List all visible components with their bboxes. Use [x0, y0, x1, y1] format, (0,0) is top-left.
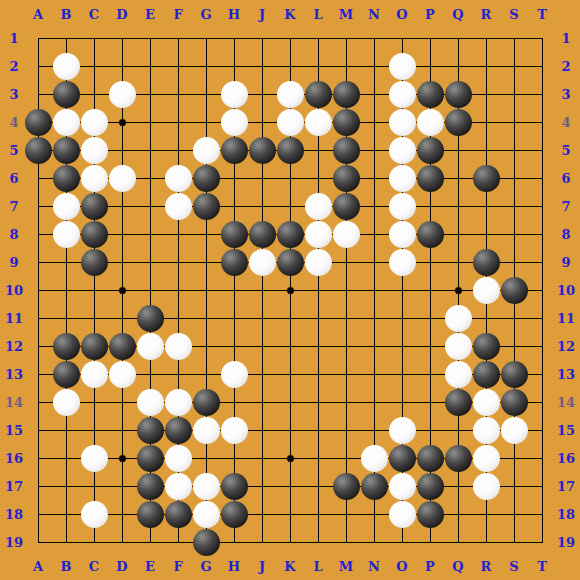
black-stone — [53, 81, 80, 108]
black-stone — [417, 473, 444, 500]
white-stone — [165, 333, 192, 360]
black-stone — [81, 249, 108, 276]
row-label-left: 1 — [9, 32, 18, 45]
white-stone — [445, 361, 472, 388]
white-stone — [81, 445, 108, 472]
white-stone — [473, 473, 500, 500]
white-stone — [389, 249, 416, 276]
column-label-bottom: N — [368, 560, 380, 573]
column-label-bottom: A — [33, 560, 43, 573]
white-stone — [109, 165, 136, 192]
black-stone — [417, 81, 444, 108]
white-stone — [193, 137, 220, 164]
black-stone — [277, 221, 304, 248]
white-stone — [277, 81, 304, 108]
grid-horizontal-line — [38, 542, 543, 543]
white-stone — [221, 81, 248, 108]
black-stone — [333, 81, 360, 108]
white-stone — [389, 221, 416, 248]
white-stone — [389, 81, 416, 108]
row-label-left: 4 — [9, 116, 18, 129]
white-stone — [221, 109, 248, 136]
white-stone — [389, 501, 416, 528]
white-stone — [109, 81, 136, 108]
column-label-bottom: H — [228, 560, 240, 573]
black-stone — [417, 137, 444, 164]
white-stone — [193, 473, 220, 500]
column-label-bottom: P — [425, 560, 435, 573]
black-stone — [445, 109, 472, 136]
black-stone — [53, 333, 80, 360]
column-label-bottom: T — [537, 560, 547, 573]
star-point — [287, 455, 294, 462]
black-stone — [417, 165, 444, 192]
white-stone — [445, 333, 472, 360]
row-label-right: 16 — [557, 452, 575, 465]
grid-horizontal-line — [38, 486, 543, 487]
white-stone — [389, 165, 416, 192]
column-label-bottom: B — [61, 560, 72, 573]
black-stone — [81, 193, 108, 220]
white-stone — [165, 473, 192, 500]
black-stone — [81, 333, 108, 360]
column-label-top: K — [284, 8, 295, 21]
column-label-top: J — [259, 8, 265, 21]
row-label-left: 7 — [9, 200, 18, 213]
row-label-right: 14 — [557, 396, 575, 409]
white-stone — [501, 417, 528, 444]
black-stone — [501, 277, 528, 304]
black-stone — [137, 305, 164, 332]
white-stone — [221, 417, 248, 444]
white-stone — [137, 389, 164, 416]
black-stone — [249, 221, 276, 248]
row-label-left: 13 — [5, 368, 23, 381]
column-label-top: O — [396, 8, 407, 21]
black-stone — [81, 221, 108, 248]
black-stone — [25, 137, 52, 164]
black-stone — [53, 361, 80, 388]
white-stone — [165, 389, 192, 416]
star-point — [119, 287, 126, 294]
white-stone — [221, 361, 248, 388]
row-label-left: 17 — [5, 480, 23, 493]
white-stone — [53, 53, 80, 80]
white-stone — [249, 249, 276, 276]
column-label-top: H — [228, 8, 240, 21]
column-label-bottom: E — [145, 560, 155, 573]
row-label-right: 15 — [557, 424, 575, 437]
black-stone — [501, 389, 528, 416]
black-stone — [333, 193, 360, 220]
star-point — [287, 287, 294, 294]
black-stone — [53, 137, 80, 164]
white-stone — [165, 193, 192, 220]
row-label-right: 10 — [557, 284, 575, 297]
black-stone — [333, 473, 360, 500]
row-label-right: 3 — [561, 88, 570, 101]
black-stone — [417, 445, 444, 472]
row-label-left: 3 — [9, 88, 18, 101]
white-stone — [305, 193, 332, 220]
row-label-left: 12 — [5, 340, 23, 353]
row-label-left: 16 — [5, 452, 23, 465]
black-stone — [193, 193, 220, 220]
white-stone — [389, 109, 416, 136]
white-stone — [109, 361, 136, 388]
row-label-right: 9 — [561, 256, 570, 269]
white-stone — [53, 389, 80, 416]
black-stone — [193, 529, 220, 556]
black-stone — [221, 137, 248, 164]
column-label-top: Q — [452, 8, 463, 21]
row-label-left: 11 — [5, 312, 23, 325]
column-label-bottom: C — [89, 560, 99, 573]
white-stone — [389, 417, 416, 444]
column-label-top: N — [368, 8, 380, 21]
column-label-bottom: J — [259, 560, 265, 573]
white-stone — [81, 109, 108, 136]
black-stone — [501, 361, 528, 388]
row-label-left: 15 — [5, 424, 23, 437]
white-stone — [389, 53, 416, 80]
row-label-right: 6 — [561, 172, 570, 185]
white-stone — [473, 417, 500, 444]
black-stone — [109, 333, 136, 360]
column-label-bottom: L — [313, 560, 322, 573]
black-stone — [221, 501, 248, 528]
black-stone — [165, 501, 192, 528]
black-stone — [417, 501, 444, 528]
row-label-right: 12 — [557, 340, 575, 353]
row-label-right: 2 — [561, 60, 570, 73]
white-stone — [333, 221, 360, 248]
grid-horizontal-line — [38, 430, 543, 431]
row-label-right: 1 — [561, 32, 570, 45]
column-label-bottom: Q — [452, 560, 463, 573]
black-stone — [25, 109, 52, 136]
grid-vertical-line — [542, 38, 543, 543]
black-stone — [333, 165, 360, 192]
white-stone — [193, 501, 220, 528]
white-stone — [389, 193, 416, 220]
column-label-bottom: R — [481, 560, 492, 573]
column-label-top: E — [145, 8, 155, 21]
white-stone — [417, 109, 444, 136]
row-label-right: 19 — [557, 536, 575, 549]
white-stone — [53, 109, 80, 136]
column-label-top: F — [173, 8, 182, 21]
column-label-bottom: M — [339, 560, 353, 573]
row-label-right: 4 — [561, 116, 570, 129]
white-stone — [165, 165, 192, 192]
black-stone — [417, 221, 444, 248]
row-label-left: 9 — [9, 256, 18, 269]
row-label-left: 10 — [5, 284, 23, 297]
black-stone — [221, 473, 248, 500]
black-stone — [221, 221, 248, 248]
white-stone — [81, 361, 108, 388]
go-board[interactable]: AABBCCDDEEFFGGHHJJKKLLMMNNOOPPQQRRSSTT11… — [0, 0, 580, 580]
column-label-top: C — [89, 8, 99, 21]
black-stone — [277, 137, 304, 164]
white-stone — [361, 445, 388, 472]
row-label-right: 11 — [557, 312, 575, 325]
black-stone — [277, 249, 304, 276]
white-stone — [389, 473, 416, 500]
row-label-left: 2 — [9, 60, 18, 73]
column-label-bottom: F — [173, 560, 182, 573]
row-label-left: 8 — [9, 228, 18, 241]
white-stone — [305, 109, 332, 136]
black-stone — [473, 333, 500, 360]
white-stone — [305, 249, 332, 276]
white-stone — [137, 333, 164, 360]
white-stone — [473, 445, 500, 472]
black-stone — [333, 109, 360, 136]
white-stone — [305, 221, 332, 248]
black-stone — [473, 165, 500, 192]
black-stone — [193, 389, 220, 416]
black-stone — [445, 445, 472, 472]
white-stone — [53, 193, 80, 220]
row-label-right: 8 — [561, 228, 570, 241]
black-stone — [249, 137, 276, 164]
row-label-right: 18 — [557, 508, 575, 521]
white-stone — [445, 305, 472, 332]
row-label-left: 5 — [9, 144, 18, 157]
black-stone — [137, 445, 164, 472]
white-stone — [81, 165, 108, 192]
column-label-top: D — [116, 8, 127, 21]
column-label-top: T — [537, 8, 547, 21]
white-stone — [81, 137, 108, 164]
white-stone — [193, 417, 220, 444]
black-stone — [137, 473, 164, 500]
black-stone — [221, 249, 248, 276]
black-stone — [473, 249, 500, 276]
column-label-bottom: D — [116, 560, 127, 573]
column-label-bottom: G — [200, 560, 211, 573]
go-app-window: AABBCCDDEEFFGGHHJJKKLLMMNNOOPPQQRRSSTT11… — [0, 0, 580, 580]
black-stone — [445, 81, 472, 108]
row-label-right: 7 — [561, 200, 570, 213]
black-stone — [137, 417, 164, 444]
row-label-left: 19 — [5, 536, 23, 549]
black-stone — [389, 445, 416, 472]
column-label-top: R — [481, 8, 492, 21]
column-label-bottom: S — [509, 560, 518, 573]
white-stone — [473, 277, 500, 304]
column-label-top: B — [61, 8, 72, 21]
white-stone — [389, 137, 416, 164]
column-label-top: A — [33, 8, 43, 21]
white-stone — [277, 109, 304, 136]
row-label-right: 13 — [557, 368, 575, 381]
column-label-top: G — [200, 8, 211, 21]
column-label-top: L — [313, 8, 322, 21]
black-stone — [473, 361, 500, 388]
column-label-bottom: K — [284, 560, 295, 573]
white-stone — [53, 221, 80, 248]
star-point — [455, 287, 462, 294]
black-stone — [361, 473, 388, 500]
column-label-top: S — [509, 8, 518, 21]
black-stone — [53, 165, 80, 192]
black-stone — [137, 501, 164, 528]
black-stone — [305, 81, 332, 108]
star-point — [119, 455, 126, 462]
row-label-left: 14 — [5, 396, 23, 409]
white-stone — [473, 389, 500, 416]
black-stone — [333, 137, 360, 164]
black-stone — [445, 389, 472, 416]
black-stone — [193, 165, 220, 192]
black-stone — [165, 417, 192, 444]
row-label-left: 18 — [5, 508, 23, 521]
grid-horizontal-line — [38, 514, 543, 515]
row-label-right: 17 — [557, 480, 575, 493]
star-point — [119, 119, 126, 126]
row-label-right: 5 — [561, 144, 570, 157]
row-label-left: 6 — [9, 172, 18, 185]
column-label-top: P — [425, 8, 435, 21]
column-label-bottom: O — [396, 560, 407, 573]
white-stone — [165, 445, 192, 472]
white-stone — [81, 501, 108, 528]
column-label-top: M — [339, 8, 353, 21]
